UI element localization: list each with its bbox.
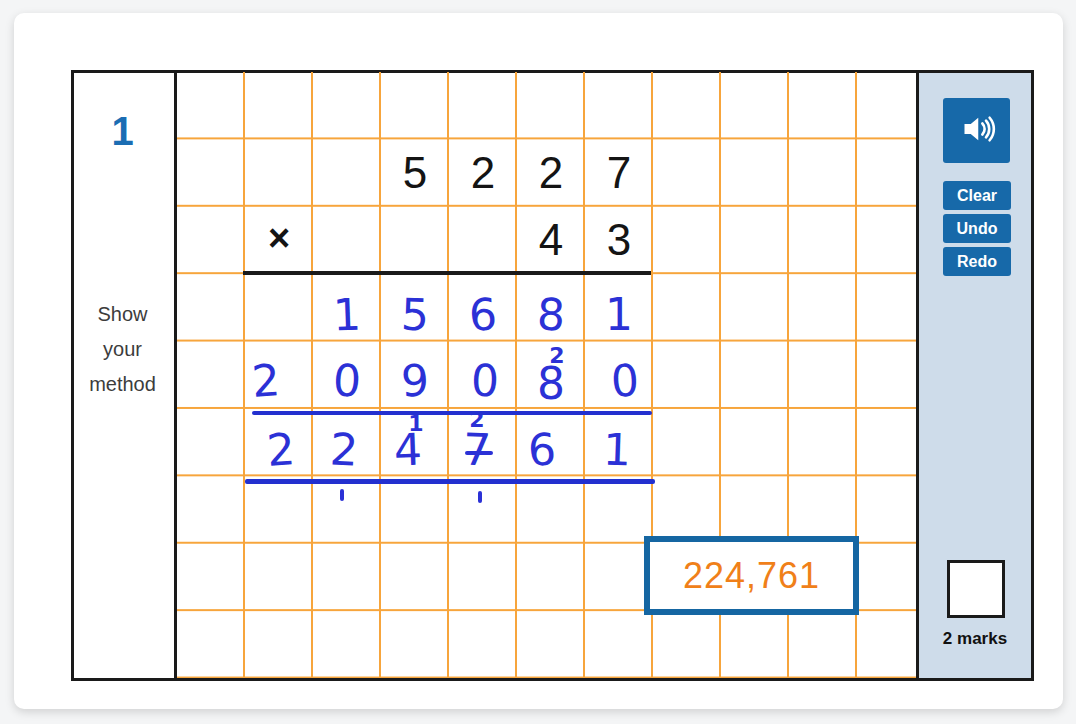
undo-button[interactable]: Undo — [943, 214, 1011, 243]
audio-button[interactable] — [943, 98, 1010, 163]
answer-value: 224,761 — [683, 555, 820, 597]
instruction-line: your — [71, 332, 174, 367]
instruction-line: Show — [71, 297, 174, 332]
answer-box[interactable]: 224,761 — [644, 536, 859, 615]
question-number: 1 — [71, 109, 174, 154]
speaker-icon — [957, 109, 997, 152]
marks-box — [947, 560, 1005, 618]
marks-label: 2 marks — [919, 629, 1031, 649]
redo-button[interactable]: Redo — [943, 247, 1011, 276]
instruction-line: method — [71, 367, 174, 402]
clear-button[interactable]: Clear — [943, 181, 1011, 210]
question-screen: 1 Show your method 5227×4315681209080224… — [0, 0, 1076, 724]
sidebar-divider — [916, 70, 919, 681]
instruction-text: Show your method — [71, 297, 174, 402]
question-card: 1 Show your method 5227×4315681209080224… — [14, 13, 1063, 709]
